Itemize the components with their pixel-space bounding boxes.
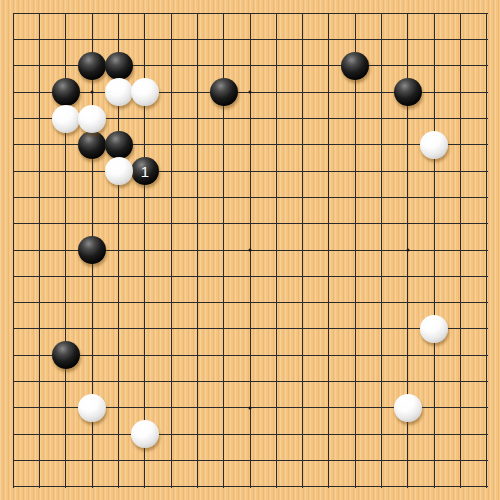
stone-black-C16[interactable] — [52, 78, 80, 106]
stone-black-D10[interactable] — [78, 236, 106, 264]
grid-line-horizontal — [13, 460, 487, 461]
grid-line-horizontal — [13, 355, 487, 356]
star-point — [249, 91, 252, 94]
grid-line-vertical — [486, 13, 487, 487]
go-board[interactable]: 1 — [0, 0, 500, 500]
grid-line-vertical — [276, 13, 277, 487]
stone-white-E13[interactable] — [105, 157, 133, 185]
stone-white-F3[interactable] — [131, 420, 159, 448]
stone-black-N17[interactable] — [341, 52, 369, 80]
grid-line-vertical — [460, 13, 461, 487]
stone-white-Q4[interactable] — [394, 394, 422, 422]
star-point — [91, 91, 94, 94]
stone-white-R14[interactable] — [420, 131, 448, 159]
star-point — [249, 249, 252, 252]
grid-line-vertical — [328, 13, 329, 487]
star-point — [406, 249, 409, 252]
grid-line-vertical — [302, 13, 303, 487]
stone-black-C6[interactable] — [52, 341, 80, 369]
stone-white-C15[interactable] — [52, 105, 80, 133]
stone-white-D15[interactable] — [78, 105, 106, 133]
grid-line-horizontal — [13, 276, 487, 277]
stone-white-R7[interactable] — [420, 315, 448, 343]
stone-white-F16[interactable] — [131, 78, 159, 106]
star-point — [249, 406, 252, 409]
stone-black-E17[interactable] — [105, 52, 133, 80]
grid-line-vertical — [355, 13, 356, 487]
stone-black-Q16[interactable] — [394, 78, 422, 106]
grid-line-horizontal — [13, 486, 487, 487]
stone-white-E16[interactable] — [105, 78, 133, 106]
grid-line-horizontal — [13, 328, 487, 329]
grid-line-vertical — [434, 13, 435, 487]
grid-line-horizontal — [13, 434, 487, 435]
stone-black-E14[interactable] — [105, 131, 133, 159]
stone-black-D14[interactable] — [78, 131, 106, 159]
stone-black-D17[interactable] — [78, 52, 106, 80]
grid-line-horizontal — [13, 381, 487, 382]
stone-black-J16[interactable] — [210, 78, 238, 106]
grid-line-vertical — [381, 13, 382, 487]
move-number-label: 1 — [141, 164, 149, 179]
grid-line-horizontal — [13, 302, 487, 303]
stone-black-F13[interactable]: 1 — [131, 157, 159, 185]
stone-white-D4[interactable] — [78, 394, 106, 422]
